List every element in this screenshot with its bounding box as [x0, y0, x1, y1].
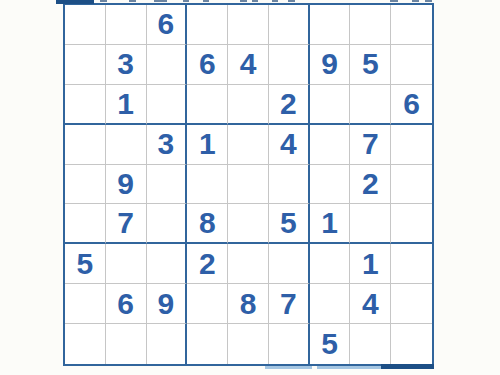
cell-r4c2[interactable] [106, 125, 147, 165]
cell-r1c5[interactable] [228, 5, 269, 45]
crop-mark [390, 0, 398, 2]
cell-r9c2[interactable] [106, 324, 147, 364]
cell-r4c8[interactable]: 7 [350, 125, 391, 165]
cell-r9c7[interactable]: 5 [310, 324, 351, 364]
cell-r9c3[interactable] [147, 324, 188, 364]
cell-r1c4[interactable] [187, 5, 228, 45]
cell-r5c6[interactable] [269, 165, 310, 205]
cell-r6c3[interactable] [147, 204, 188, 244]
cell-r2c3[interactable] [147, 45, 188, 85]
cell-r4c9[interactable] [391, 125, 432, 165]
cell-r7c2[interactable] [106, 244, 147, 284]
cell-r5c8[interactable]: 2 [350, 165, 391, 205]
cell-r4c6[interactable]: 4 [269, 125, 310, 165]
sudoku-board: 6364951263147927851521698745 [63, 3, 434, 366]
cell-r8c3[interactable]: 9 [147, 284, 188, 324]
crop-mark [129, 0, 136, 2]
cell-r5c7[interactable] [310, 165, 351, 205]
cell-r7c5[interactable] [228, 244, 269, 284]
cell-r1c3[interactable]: 6 [147, 5, 188, 45]
crop-mark [412, 0, 419, 2]
crop-mark [240, 0, 247, 2]
cell-r7c1[interactable]: 5 [65, 244, 106, 284]
cell-r1c2[interactable] [106, 5, 147, 45]
cell-r2c4[interactable]: 6 [187, 45, 228, 85]
crop-mark [288, 0, 295, 2]
cell-r4c7[interactable] [310, 125, 351, 165]
cell-r1c7[interactable] [310, 5, 351, 45]
cell-r8c4[interactable] [187, 284, 228, 324]
cell-r2c7[interactable]: 9 [310, 45, 351, 85]
cell-r9c6[interactable] [269, 324, 310, 364]
crop-mark [183, 0, 189, 2]
cell-r8c6[interactable]: 7 [269, 284, 310, 324]
cell-r6c1[interactable] [65, 204, 106, 244]
crop-mark [154, 0, 167, 2]
cell-r7c6[interactable] [269, 244, 310, 284]
cell-r3c3[interactable] [147, 85, 188, 125]
cell-r8c7[interactable] [310, 284, 351, 324]
cell-r7c8[interactable]: 1 [350, 244, 391, 284]
crop-mark [272, 0, 278, 2]
cell-r5c1[interactable] [65, 165, 106, 205]
cell-r6c6[interactable]: 5 [269, 204, 310, 244]
cell-r7c7[interactable] [310, 244, 351, 284]
cell-r1c6[interactable] [269, 5, 310, 45]
crop-artifact-bottom-light-2 [317, 366, 381, 369]
cell-r8c2[interactable]: 6 [106, 284, 147, 324]
cell-r4c5[interactable] [228, 125, 269, 165]
cell-r8c5[interactable]: 8 [228, 284, 269, 324]
cell-r8c9[interactable] [391, 284, 432, 324]
crop-mark [252, 0, 258, 2]
cell-r3c9[interactable]: 6 [391, 85, 432, 125]
crop-mark [203, 0, 209, 2]
cell-r8c1[interactable] [65, 284, 106, 324]
cell-r2c6[interactable] [269, 45, 310, 85]
cell-r3c7[interactable] [310, 85, 351, 125]
cell-r5c5[interactable] [228, 165, 269, 205]
cell-r5c4[interactable] [187, 165, 228, 205]
crop-mark [100, 0, 107, 2]
cell-r1c8[interactable] [350, 5, 391, 45]
cell-r9c4[interactable] [187, 324, 228, 364]
cell-r2c5[interactable]: 4 [228, 45, 269, 85]
cell-r4c3[interactable]: 3 [147, 125, 188, 165]
cell-r7c3[interactable] [147, 244, 188, 284]
cell-r2c2[interactable]: 3 [106, 45, 147, 85]
crop-artifact-bottom-light-1 [265, 366, 312, 369]
cell-r6c9[interactable] [391, 204, 432, 244]
cell-r2c8[interactable]: 5 [350, 45, 391, 85]
cell-r3c5[interactable] [228, 85, 269, 125]
cell-r1c1[interactable] [65, 5, 106, 45]
cell-r9c5[interactable] [228, 324, 269, 364]
crop-mark [425, 0, 432, 2]
cell-r1c9[interactable] [391, 5, 432, 45]
cell-r3c4[interactable] [187, 85, 228, 125]
cell-r6c7[interactable]: 1 [310, 204, 351, 244]
cell-r3c6[interactable]: 2 [269, 85, 310, 125]
cell-r9c9[interactable] [391, 324, 432, 364]
cell-r8c8[interactable]: 4 [350, 284, 391, 324]
cell-r3c1[interactable] [65, 85, 106, 125]
cell-r4c4[interactable]: 1 [187, 125, 228, 165]
cell-r6c5[interactable] [228, 204, 269, 244]
cell-r4c1[interactable] [65, 125, 106, 165]
cell-r7c4[interactable]: 2 [187, 244, 228, 284]
cell-r2c9[interactable] [391, 45, 432, 85]
cell-r6c2[interactable]: 7 [106, 204, 147, 244]
cell-r5c3[interactable] [147, 165, 188, 205]
cell-r3c8[interactable] [350, 85, 391, 125]
cell-r2c1[interactable] [65, 45, 106, 85]
cell-r5c2[interactable]: 9 [106, 165, 147, 205]
cell-r9c8[interactable] [350, 324, 391, 364]
cell-r9c1[interactable] [65, 324, 106, 364]
cell-r7c9[interactable] [391, 244, 432, 284]
cell-r3c2[interactable]: 1 [106, 85, 147, 125]
cell-r6c4[interactable]: 8 [187, 204, 228, 244]
cell-r5c9[interactable] [391, 165, 432, 205]
cell-r6c8[interactable] [350, 204, 391, 244]
